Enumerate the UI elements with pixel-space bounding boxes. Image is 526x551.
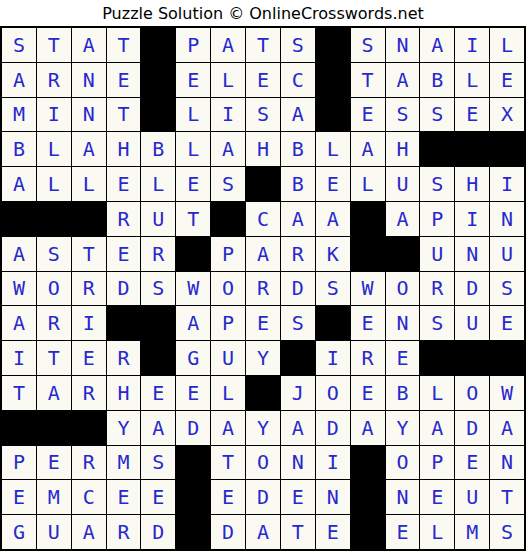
cell-r14c14: U bbox=[455, 480, 489, 514]
cell-r8c7: O bbox=[211, 272, 245, 306]
cell-r10c11: R bbox=[351, 341, 385, 375]
cell-r14c3: C bbox=[72, 480, 106, 514]
cell-r7c4: E bbox=[107, 237, 141, 271]
cell-r11c5: E bbox=[141, 376, 175, 410]
cell-r3c6: L bbox=[176, 98, 210, 132]
cell-r6c12: A bbox=[386, 202, 420, 236]
cell-r5c10: E bbox=[316, 167, 350, 201]
cell-r14c9: E bbox=[281, 480, 315, 514]
cell-r4c4: H bbox=[107, 132, 141, 166]
cell-r15c8: A bbox=[246, 515, 280, 549]
cell-r8c13: R bbox=[420, 272, 454, 306]
block-cell-r9c10 bbox=[316, 306, 350, 340]
cell-r2c15: E bbox=[490, 63, 524, 97]
cell-r14c8: D bbox=[246, 480, 280, 514]
cell-r11c6: E bbox=[176, 376, 210, 410]
cell-r1c3: A bbox=[72, 28, 106, 62]
block-cell-r3c5 bbox=[141, 98, 175, 132]
cell-r8c15: S bbox=[490, 272, 524, 306]
cell-r15c2: U bbox=[37, 515, 71, 549]
block-cell-r13c11 bbox=[351, 446, 385, 480]
cell-r1c6: P bbox=[176, 28, 210, 62]
cell-r2c13: B bbox=[420, 63, 454, 97]
cell-r12c12: Y bbox=[386, 411, 420, 445]
cell-r13c10: I bbox=[316, 446, 350, 480]
cell-r11c1: T bbox=[2, 376, 36, 410]
cell-r12c10: D bbox=[316, 411, 350, 445]
cell-r2c12: A bbox=[386, 63, 420, 97]
cell-r12c6: D bbox=[176, 411, 210, 445]
block-cell-r10c15 bbox=[490, 341, 524, 375]
cell-r3c1: M bbox=[2, 98, 36, 132]
cell-r12c11: A bbox=[351, 411, 385, 445]
cell-r8c4: D bbox=[107, 272, 141, 306]
cell-r6c10: A bbox=[316, 202, 350, 236]
cell-r7c13: U bbox=[420, 237, 454, 271]
block-cell-r7c12 bbox=[386, 237, 420, 271]
cell-r5c12: U bbox=[386, 167, 420, 201]
block-cell-r6c3 bbox=[72, 202, 106, 236]
cell-r10c3: E bbox=[72, 341, 106, 375]
cell-r13c2: E bbox=[37, 446, 71, 480]
cell-r15c10: E bbox=[316, 515, 350, 549]
cell-r15c5: D bbox=[141, 515, 175, 549]
cell-r14c15: T bbox=[490, 480, 524, 514]
cell-r2c7: L bbox=[211, 63, 245, 97]
cell-r5c1: A bbox=[2, 167, 36, 201]
cell-r2c3: N bbox=[72, 63, 106, 97]
cell-r13c8: O bbox=[246, 446, 280, 480]
cell-r3c14: E bbox=[455, 98, 489, 132]
cell-r10c2: T bbox=[37, 341, 71, 375]
cell-r14c1: E bbox=[2, 480, 36, 514]
cell-r13c7: T bbox=[211, 446, 245, 480]
cell-r14c5: E bbox=[141, 480, 175, 514]
block-cell-r4c15 bbox=[490, 132, 524, 166]
cell-r4c3: A bbox=[72, 132, 106, 166]
block-cell-r6c2 bbox=[37, 202, 71, 236]
block-cell-r11c8 bbox=[246, 376, 280, 410]
cell-r4c12: H bbox=[386, 132, 420, 166]
cell-r8c8: R bbox=[246, 272, 280, 306]
cell-r7c9: R bbox=[281, 237, 315, 271]
block-cell-r4c14 bbox=[455, 132, 489, 166]
cell-r12c8: Y bbox=[246, 411, 280, 445]
cell-r12c15: A bbox=[490, 411, 524, 445]
cell-r5c6: E bbox=[176, 167, 210, 201]
cell-r13c15: N bbox=[490, 446, 524, 480]
cell-r13c4: M bbox=[107, 446, 141, 480]
cell-r13c5: S bbox=[141, 446, 175, 480]
cell-r8c5: S bbox=[141, 272, 175, 306]
cell-r1c12: N bbox=[386, 28, 420, 62]
cell-r6c9: A bbox=[281, 202, 315, 236]
cell-r4c7: A bbox=[211, 132, 245, 166]
cell-r11c15: W bbox=[490, 376, 524, 410]
cell-r1c7: A bbox=[211, 28, 245, 62]
cell-r5c14: H bbox=[455, 167, 489, 201]
cell-r10c4: R bbox=[107, 341, 141, 375]
cell-r12c14: D bbox=[455, 411, 489, 445]
block-cell-r10c5 bbox=[141, 341, 175, 375]
cell-r4c11: A bbox=[351, 132, 385, 166]
cell-r5c13: S bbox=[420, 167, 454, 201]
cell-r8c2: O bbox=[37, 272, 71, 306]
cell-r9c12: N bbox=[386, 306, 420, 340]
cell-r14c2: M bbox=[37, 480, 71, 514]
cell-r10c7: U bbox=[211, 341, 245, 375]
cell-r10c6: G bbox=[176, 341, 210, 375]
block-cell-r10c14 bbox=[455, 341, 489, 375]
cell-r8c11: W bbox=[351, 272, 385, 306]
cell-r4c5: B bbox=[141, 132, 175, 166]
block-cell-r6c11 bbox=[351, 202, 385, 236]
cell-r13c14: E bbox=[455, 446, 489, 480]
block-cell-r13c6 bbox=[176, 446, 210, 480]
cell-r5c3: L bbox=[72, 167, 106, 201]
block-cell-r2c5 bbox=[141, 63, 175, 97]
cell-r3c7: I bbox=[211, 98, 245, 132]
cell-r4c8: H bbox=[246, 132, 280, 166]
cell-r4c1: B bbox=[2, 132, 36, 166]
cell-r2c1: A bbox=[2, 63, 36, 97]
cell-r12c9: A bbox=[281, 411, 315, 445]
cell-r13c13: P bbox=[420, 446, 454, 480]
block-cell-r6c1 bbox=[2, 202, 36, 236]
cell-r8c3: R bbox=[72, 272, 106, 306]
cell-r11c4: H bbox=[107, 376, 141, 410]
block-cell-r15c6 bbox=[176, 515, 210, 549]
cell-r5c7: S bbox=[211, 167, 245, 201]
cell-r15c1: G bbox=[2, 515, 36, 549]
cell-r3c12: S bbox=[386, 98, 420, 132]
title-bar: Puzzle Solution © OnlineCrosswords.net bbox=[0, 0, 526, 26]
cell-r11c13: L bbox=[420, 376, 454, 410]
cell-r1c13: A bbox=[420, 28, 454, 62]
cell-r11c10: O bbox=[316, 376, 350, 410]
cell-r3c9: A bbox=[281, 98, 315, 132]
cell-r7c8: A bbox=[246, 237, 280, 271]
cell-r12c4: Y bbox=[107, 411, 141, 445]
block-cell-r2c10 bbox=[316, 63, 350, 97]
block-cell-r14c6 bbox=[176, 480, 210, 514]
cell-r2c14: L bbox=[455, 63, 489, 97]
cell-r10c12: E bbox=[386, 341, 420, 375]
cell-r9c3: I bbox=[72, 306, 106, 340]
cell-r2c4: E bbox=[107, 63, 141, 97]
cell-r2c2: R bbox=[37, 63, 71, 97]
cell-r4c2: L bbox=[37, 132, 71, 166]
cell-r3c11: E bbox=[351, 98, 385, 132]
cell-r8c12: O bbox=[386, 272, 420, 306]
block-cell-r15c11 bbox=[351, 515, 385, 549]
cell-r9c9: S bbox=[281, 306, 315, 340]
cell-r6c15: N bbox=[490, 202, 524, 236]
block-cell-r9c5 bbox=[141, 306, 175, 340]
cell-r10c1: I bbox=[2, 341, 36, 375]
cell-r7c10: K bbox=[316, 237, 350, 271]
cell-r9c7: P bbox=[211, 306, 245, 340]
cell-r10c8: Y bbox=[246, 341, 280, 375]
cell-r14c10: N bbox=[316, 480, 350, 514]
cell-r9c6: A bbox=[176, 306, 210, 340]
cell-r14c4: E bbox=[107, 480, 141, 514]
cell-r1c9: S bbox=[281, 28, 315, 62]
cell-r3c2: I bbox=[37, 98, 71, 132]
cell-r7c15: U bbox=[490, 237, 524, 271]
cell-r1c2: T bbox=[37, 28, 71, 62]
cell-r2c6: E bbox=[176, 63, 210, 97]
puzzle-solution-page: Puzzle Solution © OnlineCrosswords.net S… bbox=[0, 0, 526, 551]
cell-r3c8: S bbox=[246, 98, 280, 132]
cell-r9c1: A bbox=[2, 306, 36, 340]
cell-r11c7: L bbox=[211, 376, 245, 410]
cell-r1c1: S bbox=[2, 28, 36, 62]
cell-r5c5: L bbox=[141, 167, 175, 201]
cell-r8c1: W bbox=[2, 272, 36, 306]
cell-r1c8: T bbox=[246, 28, 280, 62]
cell-r11c14: O bbox=[455, 376, 489, 410]
cell-r6c4: R bbox=[107, 202, 141, 236]
block-cell-r5c8 bbox=[246, 167, 280, 201]
cell-r13c9: N bbox=[281, 446, 315, 480]
cell-r13c3: R bbox=[72, 446, 106, 480]
cell-r15c15: S bbox=[490, 515, 524, 549]
cell-r6c14: I bbox=[455, 202, 489, 236]
cell-r6c13: P bbox=[420, 202, 454, 236]
cell-r12c5: A bbox=[141, 411, 175, 445]
cell-r14c7: E bbox=[211, 480, 245, 514]
cell-r15c14: M bbox=[455, 515, 489, 549]
cell-r5c11: L bbox=[351, 167, 385, 201]
block-cell-r10c13 bbox=[420, 341, 454, 375]
cell-r1c15: L bbox=[490, 28, 524, 62]
cell-r9c11: E bbox=[351, 306, 385, 340]
block-cell-r14c11 bbox=[351, 480, 385, 514]
page-title: Puzzle Solution © OnlineCrosswords.net bbox=[102, 4, 424, 23]
cell-r9c2: R bbox=[37, 306, 71, 340]
cell-r11c11: E bbox=[351, 376, 385, 410]
cell-r5c4: E bbox=[107, 167, 141, 201]
cell-r1c11: S bbox=[351, 28, 385, 62]
cell-r9c15: E bbox=[490, 306, 524, 340]
block-cell-r9c4 bbox=[107, 306, 141, 340]
cell-r15c4: R bbox=[107, 515, 141, 549]
cell-r9c14: U bbox=[455, 306, 489, 340]
cell-r2c8: E bbox=[246, 63, 280, 97]
cell-r15c7: D bbox=[211, 515, 245, 549]
cell-r7c2: S bbox=[37, 237, 71, 271]
block-cell-r12c1 bbox=[2, 411, 36, 445]
cell-r3c3: N bbox=[72, 98, 106, 132]
block-cell-r12c3 bbox=[72, 411, 106, 445]
block-cell-r3c10 bbox=[316, 98, 350, 132]
cell-r8c10: S bbox=[316, 272, 350, 306]
cell-r14c13: E bbox=[420, 480, 454, 514]
block-cell-r10c9 bbox=[281, 341, 315, 375]
cell-r8c14: D bbox=[455, 272, 489, 306]
cell-r3c15: X bbox=[490, 98, 524, 132]
cell-r7c1: A bbox=[2, 237, 36, 271]
crossword-grid: STATPATSSNAILARNEELECTABLEMINTLISAESSEXB… bbox=[0, 26, 526, 551]
block-cell-r7c6 bbox=[176, 237, 210, 271]
cell-r8c6: W bbox=[176, 272, 210, 306]
cell-r15c13: L bbox=[420, 515, 454, 549]
cell-r4c10: L bbox=[316, 132, 350, 166]
block-cell-r12c2 bbox=[37, 411, 71, 445]
cell-r5c9: B bbox=[281, 167, 315, 201]
cell-r6c6: T bbox=[176, 202, 210, 236]
cell-r13c1: P bbox=[2, 446, 36, 480]
cell-r11c2: A bbox=[37, 376, 71, 410]
cell-r7c3: T bbox=[72, 237, 106, 271]
block-cell-r4c13 bbox=[420, 132, 454, 166]
cell-r15c12: E bbox=[386, 515, 420, 549]
cell-r11c9: J bbox=[281, 376, 315, 410]
cell-r9c8: E bbox=[246, 306, 280, 340]
block-cell-r1c5 bbox=[141, 28, 175, 62]
cell-r11c3: R bbox=[72, 376, 106, 410]
cell-r12c13: A bbox=[420, 411, 454, 445]
cell-r4c6: L bbox=[176, 132, 210, 166]
cell-r6c8: C bbox=[246, 202, 280, 236]
cell-r14c12: N bbox=[386, 480, 420, 514]
cell-r8c9: D bbox=[281, 272, 315, 306]
cell-r11c12: B bbox=[386, 376, 420, 410]
cell-r7c7: P bbox=[211, 237, 245, 271]
cell-r1c14: I bbox=[455, 28, 489, 62]
block-cell-r6c7 bbox=[211, 202, 245, 236]
cell-r6c5: U bbox=[141, 202, 175, 236]
cell-r9c13: S bbox=[420, 306, 454, 340]
cell-r7c5: R bbox=[141, 237, 175, 271]
cell-r5c15: I bbox=[490, 167, 524, 201]
cell-r15c9: T bbox=[281, 515, 315, 549]
cell-r4c9: B bbox=[281, 132, 315, 166]
cell-r7c14: N bbox=[455, 237, 489, 271]
cell-r3c4: T bbox=[107, 98, 141, 132]
cell-r2c11: T bbox=[351, 63, 385, 97]
cell-r15c3: A bbox=[72, 515, 106, 549]
block-cell-r1c10 bbox=[316, 28, 350, 62]
cell-r5c2: L bbox=[37, 167, 71, 201]
cell-r2c9: C bbox=[281, 63, 315, 97]
cell-r10c10: I bbox=[316, 341, 350, 375]
block-cell-r7c11 bbox=[351, 237, 385, 271]
cell-r3c13: S bbox=[420, 98, 454, 132]
cell-r1c4: T bbox=[107, 28, 141, 62]
cell-r12c7: A bbox=[211, 411, 245, 445]
cell-r13c12: O bbox=[386, 446, 420, 480]
